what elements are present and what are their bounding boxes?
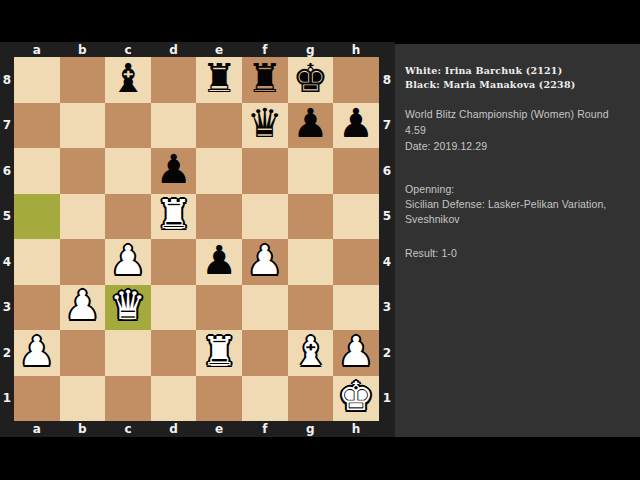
piece-black-bishop-c8: ♝ bbox=[110, 58, 146, 98]
file-label-e: e bbox=[196, 42, 242, 57]
rank-label-8: 8 bbox=[0, 57, 14, 103]
square-b2[interactable] bbox=[60, 330, 106, 376]
square-h7[interactable]: ♟ bbox=[333, 103, 379, 149]
square-f7[interactable]: ♛ bbox=[242, 103, 288, 149]
square-b5[interactable] bbox=[60, 194, 106, 240]
file-label-d: d bbox=[151, 42, 197, 57]
piece-white-pawn-f4: ♟ bbox=[247, 240, 283, 280]
piece-black-queen-f7: ♛ bbox=[247, 103, 283, 143]
square-d5[interactable]: ♜ bbox=[151, 194, 197, 240]
square-d4[interactable] bbox=[151, 239, 197, 285]
square-e8[interactable]: ♜ bbox=[196, 57, 242, 103]
file-label-g: g bbox=[288, 421, 334, 437]
square-a8[interactable] bbox=[14, 57, 60, 103]
piece-white-pawn-b3: ♟ bbox=[64, 285, 100, 325]
piece-black-king-g8: ♚ bbox=[292, 58, 328, 98]
rank-label-5: 5 bbox=[379, 194, 395, 240]
rank-label-2: 2 bbox=[0, 330, 14, 376]
square-e1[interactable] bbox=[196, 376, 242, 422]
square-e6[interactable] bbox=[196, 148, 242, 194]
white-player-line: White: Irina Barchuk (2121) bbox=[405, 64, 632, 78]
square-f2[interactable] bbox=[242, 330, 288, 376]
piece-black-pawn-h7: ♟ bbox=[338, 103, 374, 143]
file-label-g: g bbox=[288, 42, 334, 57]
rank-label-7: 7 bbox=[379, 103, 395, 149]
piece-white-pawn-a2: ♟ bbox=[19, 331, 55, 371]
file-label-d: d bbox=[151, 421, 197, 437]
game-info-panel: White: Irina Barchuk (2121) Black: Maria… bbox=[395, 44, 640, 437]
square-f8[interactable]: ♜ bbox=[242, 57, 288, 103]
square-c3[interactable]: ♛ bbox=[105, 285, 151, 331]
square-a6[interactable] bbox=[14, 148, 60, 194]
rank-label-6: 6 bbox=[0, 148, 14, 194]
square-g2[interactable]: ♝ bbox=[288, 330, 334, 376]
square-d6[interactable]: ♟ bbox=[151, 148, 197, 194]
black-player-line: Black: Maria Manakova (2238) bbox=[405, 78, 632, 92]
square-g8[interactable]: ♚ bbox=[288, 57, 334, 103]
square-c8[interactable]: ♝ bbox=[105, 57, 151, 103]
square-e7[interactable] bbox=[196, 103, 242, 149]
letterbox-top bbox=[0, 0, 640, 42]
opening-label: Openning: bbox=[405, 182, 632, 197]
piece-black-rook-f8: ♜ bbox=[247, 58, 283, 98]
square-b4[interactable] bbox=[60, 239, 106, 285]
square-d1[interactable] bbox=[151, 376, 197, 422]
piece-black-pawn-g7: ♟ bbox=[292, 103, 328, 143]
square-a5[interactable] bbox=[14, 194, 60, 240]
square-f3[interactable] bbox=[242, 285, 288, 331]
square-g6[interactable] bbox=[288, 148, 334, 194]
file-label-f: f bbox=[242, 42, 288, 57]
file-label-b: b bbox=[60, 42, 106, 57]
piece-white-bishop-g2: ♝ bbox=[292, 331, 328, 371]
square-g3[interactable] bbox=[288, 285, 334, 331]
square-a7[interactable] bbox=[14, 103, 60, 149]
opening-name: Sicilian Defense: Lasker-Pelikan Variati… bbox=[405, 197, 632, 227]
video-frame: abcdefgh 87654321 ♝♜♜♚♛♟♟♟♜♟♟♟♟♛♟♜♝♟♚ 87… bbox=[0, 0, 640, 480]
square-c6[interactable] bbox=[105, 148, 151, 194]
rank-label-8: 8 bbox=[379, 57, 395, 103]
file-label-a: a bbox=[14, 421, 60, 437]
file-labels-bottom: abcdefgh bbox=[14, 421, 379, 437]
piece-black-pawn-d6: ♟ bbox=[156, 149, 192, 189]
square-h4[interactable] bbox=[333, 239, 379, 285]
piece-black-rook-e8: ♜ bbox=[201, 58, 237, 98]
square-a2[interactable]: ♟ bbox=[14, 330, 60, 376]
square-c7[interactable] bbox=[105, 103, 151, 149]
file-labels-top: abcdefgh bbox=[14, 42, 379, 57]
rank-label-2: 2 bbox=[379, 330, 395, 376]
rank-label-1: 1 bbox=[0, 376, 14, 422]
date-line: Date: 2019.12.29 bbox=[405, 138, 632, 154]
rank-label-4: 4 bbox=[0, 239, 14, 285]
rank-label-5: 5 bbox=[0, 194, 14, 240]
piece-white-rook-e2: ♜ bbox=[201, 331, 237, 371]
piece-white-rook-d5: ♜ bbox=[156, 194, 192, 234]
rank-label-3: 3 bbox=[379, 285, 395, 331]
file-label-e: e bbox=[196, 421, 242, 437]
square-b8[interactable] bbox=[60, 57, 106, 103]
rank-label-3: 3 bbox=[0, 285, 14, 331]
square-e4[interactable]: ♟ bbox=[196, 239, 242, 285]
file-label-a: a bbox=[14, 42, 60, 57]
rank-label-6: 6 bbox=[379, 148, 395, 194]
square-b3[interactable]: ♟ bbox=[60, 285, 106, 331]
rank-label-1: 1 bbox=[379, 376, 395, 422]
rank-label-4: 4 bbox=[379, 239, 395, 285]
piece-white-pawn-c4: ♟ bbox=[110, 240, 146, 280]
square-a4[interactable] bbox=[14, 239, 60, 285]
square-d7[interactable] bbox=[151, 103, 197, 149]
square-d3[interactable] bbox=[151, 285, 197, 331]
event-line: World Blitz Championship (Women) Round 4… bbox=[405, 106, 632, 138]
file-label-f: f bbox=[242, 421, 288, 437]
square-c1[interactable] bbox=[105, 376, 151, 422]
square-h3[interactable] bbox=[333, 285, 379, 331]
file-label-c: c bbox=[105, 421, 151, 437]
square-h1[interactable]: ♚ bbox=[333, 376, 379, 422]
square-e3[interactable] bbox=[196, 285, 242, 331]
piece-black-pawn-e4: ♟ bbox=[201, 240, 237, 280]
rank-labels-left: 87654321 bbox=[0, 57, 14, 421]
file-label-c: c bbox=[105, 42, 151, 57]
square-h6[interactable] bbox=[333, 148, 379, 194]
letterbox-bottom bbox=[0, 437, 640, 480]
result-line: Result: 1-0 bbox=[405, 245, 632, 261]
square-h8[interactable] bbox=[333, 57, 379, 103]
square-a1[interactable] bbox=[14, 376, 60, 422]
chess-board: ♝♜♜♚♛♟♟♟♜♟♟♟♟♛♟♜♝♟♚ bbox=[14, 57, 379, 421]
piece-white-pawn-h2: ♟ bbox=[338, 331, 374, 371]
file-label-h: h bbox=[333, 421, 379, 437]
piece-white-king-h1: ♚ bbox=[338, 376, 374, 416]
square-e5[interactable] bbox=[196, 194, 242, 240]
square-d2[interactable] bbox=[151, 330, 197, 376]
square-b7[interactable] bbox=[60, 103, 106, 149]
square-f6[interactable] bbox=[242, 148, 288, 194]
square-g5[interactable] bbox=[288, 194, 334, 240]
square-c2[interactable] bbox=[105, 330, 151, 376]
square-f4[interactable]: ♟ bbox=[242, 239, 288, 285]
square-d8[interactable] bbox=[151, 57, 197, 103]
square-f5[interactable] bbox=[242, 194, 288, 240]
chessboard-area: abcdefgh 87654321 ♝♜♜♚♛♟♟♟♜♟♟♟♟♛♟♜♝♟♚ 87… bbox=[0, 42, 395, 437]
rank-labels-right: 87654321 bbox=[379, 57, 395, 421]
square-a3[interactable] bbox=[14, 285, 60, 331]
square-c4[interactable]: ♟ bbox=[105, 239, 151, 285]
square-c5[interactable] bbox=[105, 194, 151, 240]
square-b1[interactable] bbox=[60, 376, 106, 422]
square-g7[interactable]: ♟ bbox=[288, 103, 334, 149]
square-e2[interactable]: ♜ bbox=[196, 330, 242, 376]
square-g4[interactable] bbox=[288, 239, 334, 285]
rank-label-7: 7 bbox=[0, 103, 14, 149]
file-label-h: h bbox=[333, 42, 379, 57]
square-f1[interactable] bbox=[242, 376, 288, 422]
square-h2[interactable]: ♟ bbox=[333, 330, 379, 376]
file-label-b: b bbox=[60, 421, 106, 437]
piece-white-queen-c3: ♛ bbox=[110, 285, 146, 325]
square-b6[interactable] bbox=[60, 148, 106, 194]
square-h5[interactable] bbox=[333, 194, 379, 240]
square-g1[interactable] bbox=[288, 376, 334, 422]
